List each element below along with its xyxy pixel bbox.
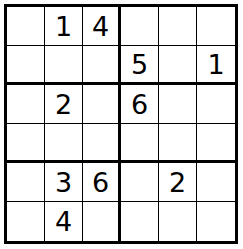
sudoku-cell-r3c5[interactable] [159, 85, 197, 124]
sudoku-cell-r3c3[interactable] [83, 85, 121, 124]
sudoku-cell-r4c1[interactable] [7, 124, 45, 163]
sudoku-cell-r3c2[interactable]: 2 [45, 85, 83, 124]
sudoku-cell-r5c5[interactable]: 2 [159, 163, 197, 202]
sudoku-cell-r4c5[interactable] [159, 124, 197, 163]
sudoku-cell-r4c6[interactable] [197, 124, 235, 163]
sudoku-cell-r2c2[interactable] [45, 46, 83, 85]
sudoku-cell-r5c2[interactable]: 3 [45, 163, 83, 202]
sudoku-cell-r1c6[interactable] [197, 7, 235, 46]
sudoku-cell-r2c5[interactable] [159, 46, 197, 85]
sudoku-cell-r6c1[interactable] [7, 202, 45, 241]
sudoku-cell-r3c1[interactable] [7, 85, 45, 124]
sudoku-cell-r1c1[interactable] [7, 7, 45, 46]
sudoku-cell-r2c3[interactable] [83, 46, 121, 85]
sudoku-cell-r6c6[interactable] [197, 202, 235, 241]
sudoku-cell-r6c3[interactable] [83, 202, 121, 241]
sudoku-cell-r3c4[interactable]: 6 [121, 85, 159, 124]
sudoku-cell-r6c4[interactable] [121, 202, 159, 241]
sudoku-cell-r4c2[interactable] [45, 124, 83, 163]
sudoku-cell-r5c1[interactable] [7, 163, 45, 202]
sudoku-cell-r2c1[interactable] [7, 46, 45, 85]
sudoku-cell-r1c3[interactable]: 4 [83, 7, 121, 46]
sudoku-cell-r6c2[interactable]: 4 [45, 202, 83, 241]
sudoku-board: 1451263624 [4, 4, 238, 244]
sudoku-cell-r2c6[interactable]: 1 [197, 46, 235, 85]
sudoku-cell-r2c4[interactable]: 5 [121, 46, 159, 85]
sudoku-cell-r4c3[interactable] [83, 124, 121, 163]
sudoku-cell-r1c5[interactable] [159, 7, 197, 46]
sudoku-cell-r1c2[interactable]: 1 [45, 7, 83, 46]
sudoku-cell-r4c4[interactable] [121, 124, 159, 163]
sudoku-cell-r5c3[interactable]: 6 [83, 163, 121, 202]
sudoku-cell-r5c6[interactable] [197, 163, 235, 202]
sudoku-cell-r6c5[interactable] [159, 202, 197, 241]
sudoku-cell-r3c6[interactable] [197, 85, 235, 124]
sudoku-cell-r1c4[interactable] [121, 7, 159, 46]
sudoku-board-wrapper: 1451263624 [0, 0, 243, 244]
sudoku-cell-r5c4[interactable] [121, 163, 159, 202]
